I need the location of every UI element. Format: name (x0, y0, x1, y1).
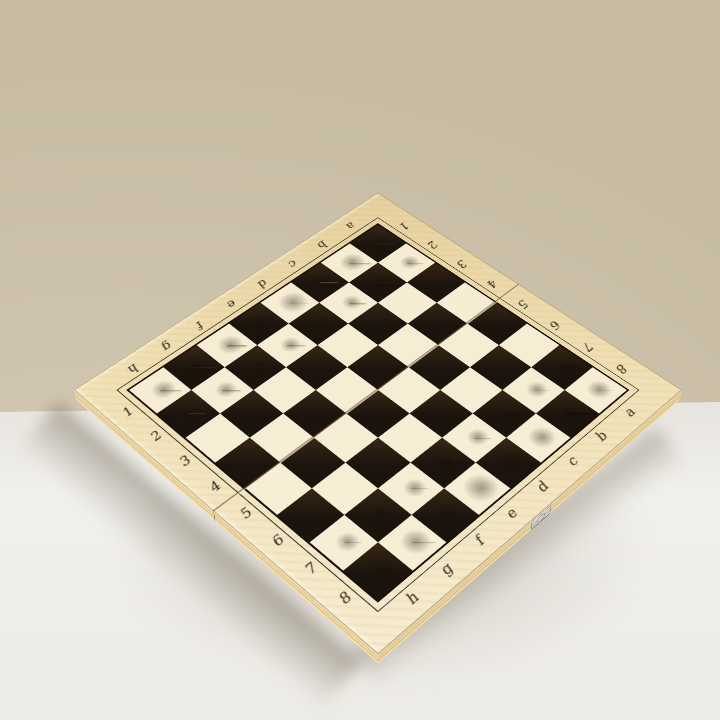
rank-label-left-2: 2 (145, 429, 164, 444)
product-photo-stage: hhggffeeddccbbaa1122334455667788♜♞♝♛♚♝♞♜… (0, 0, 720, 720)
square-g5 (280, 438, 345, 489)
file-label-near-b: b (590, 429, 611, 444)
square-h3 (186, 413, 250, 462)
rank-label-left-7: 7 (299, 560, 321, 578)
rank-label-left-8: 8 (333, 589, 355, 608)
file-label-near-c: c (562, 454, 582, 469)
file-label-near-d: d (531, 479, 552, 495)
rank-label-left-4: 4 (204, 479, 224, 495)
file-label-near-a: a (619, 405, 639, 420)
rank-label-left-1: 1 (117, 405, 136, 420)
square-g4 (250, 413, 314, 462)
rank-label-left-5: 5 (235, 505, 256, 522)
piece-black-rook: ♜ (344, 505, 412, 581)
file-label-near-e: e (500, 505, 521, 521)
file-label-near-h: h (401, 589, 423, 608)
file-label-near-g: g (435, 560, 457, 578)
rank-label-left-6: 6 (267, 532, 288, 549)
fold-seam-edge-mark (213, 511, 215, 522)
rank-label-left-3: 3 (174, 454, 194, 470)
file-label-near-f: f (470, 534, 489, 549)
piece-white-pawn: ♟ (162, 363, 215, 422)
square-g3 (220, 390, 283, 438)
